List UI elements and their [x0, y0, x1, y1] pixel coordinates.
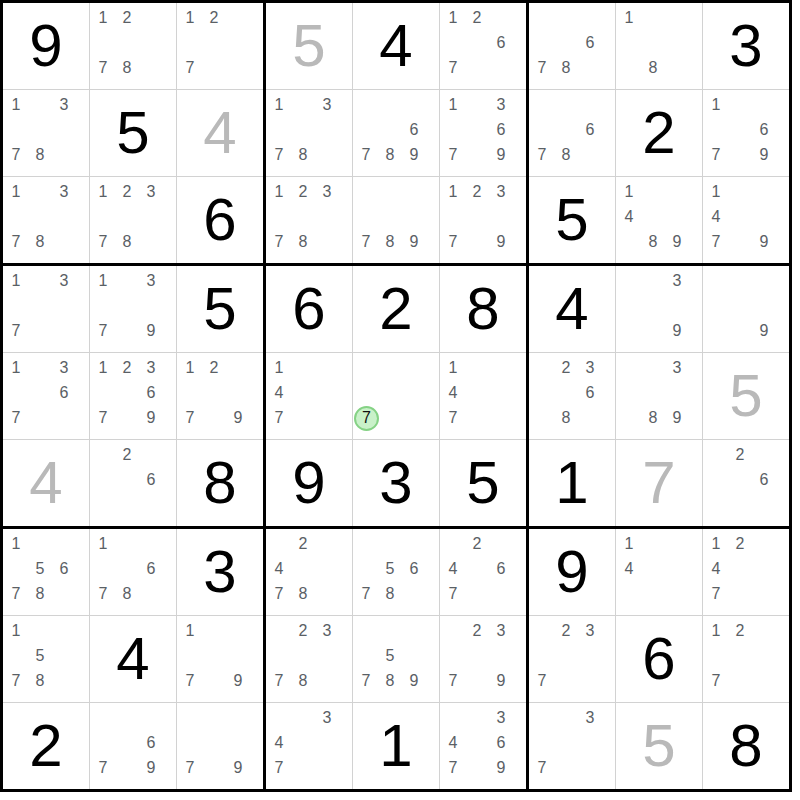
box-1: 912781271378541378123786 [3, 3, 263, 263]
given-digit: 9 [3, 3, 89, 89]
candidate-digit: 3 [578, 355, 602, 380]
candidate-digit: 8 [378, 582, 402, 607]
candidate-digit: 7 [441, 143, 465, 168]
cell-r7c4[interactable]: 2478 [266, 529, 352, 615]
cell-r5c6[interactable]: 147 [440, 353, 526, 439]
cell-r8c6[interactable]: 2379 [440, 616, 526, 702]
candidate-grid: 37 [529, 703, 615, 789]
candidate-digit: 4 [704, 556, 728, 581]
candidate-digit: 6 [489, 556, 513, 581]
candidate-digit: 9 [665, 406, 689, 431]
candidate-digit: 7 [267, 143, 291, 168]
cell-r1c6[interactable]: 1267 [440, 3, 526, 89]
candidate-digit: 7 [354, 582, 378, 607]
cell-r9c1[interactable]: 2 [3, 703, 89, 789]
cell-r9c6[interactable]: 34679 [440, 703, 526, 789]
candidate-digit: 8 [28, 143, 52, 168]
candidate-grid: 14 [616, 529, 702, 615]
candidate-digit: 1 [704, 531, 728, 556]
candidate-grid: 15678 [3, 529, 89, 615]
candidate-digit: 6 [489, 30, 513, 55]
cell-r2c2[interactable]: 5 [90, 90, 176, 176]
candidate-digit: 3 [52, 268, 76, 293]
candidate-grid: 389 [616, 353, 702, 439]
cell-r4c9[interactable]: 9 [703, 266, 789, 352]
candidate-digit: 4 [704, 204, 728, 229]
candidate-digit: 9 [489, 756, 513, 781]
candidate-digit: 3 [52, 355, 76, 380]
candidate-digit: 1 [4, 92, 28, 117]
candidate-digit: 3 [315, 92, 339, 117]
candidate-digit: 8 [115, 582, 139, 607]
candidate-digit: 1 [91, 179, 115, 204]
cell-r7c8[interactable]: 14 [616, 529, 702, 615]
candidate-digit: 7 [441, 756, 465, 781]
candidate-digit: 2 [291, 179, 315, 204]
candidate-digit: 7 [530, 143, 554, 168]
candidate-digit: 9 [489, 669, 513, 694]
given-digit: 3 [353, 440, 439, 526]
cell-r8c4[interactable]: 2378 [266, 616, 352, 702]
candidate-grid: 12379 [440, 177, 526, 263]
cell-r6c2[interactable]: 26 [90, 440, 176, 526]
candidate-grid: 1378 [266, 90, 352, 176]
given-digit: 6 [177, 177, 263, 263]
candidate-digit: 6 [752, 117, 776, 142]
candidate-digit: 3 [489, 705, 513, 730]
candidate-grid: 789 [353, 177, 439, 263]
solved-digit: 4 [177, 90, 263, 176]
candidate-digit: 7 [530, 56, 554, 81]
cell-r3c7[interactable]: 5 [529, 177, 615, 263]
box-2: 54126713786789136791237878912379 [266, 3, 526, 263]
cell-r9c3[interactable]: 79 [177, 703, 263, 789]
given-digit: 2 [3, 703, 89, 789]
candidate-digit: 2 [728, 531, 752, 556]
candidate-grid: 2379 [440, 616, 526, 702]
cell-r6c1[interactable]: 4 [3, 440, 89, 526]
candidate-digit: 7 [4, 582, 28, 607]
candidate-digit: 7 [4, 230, 28, 255]
candidate-digit: 8 [378, 669, 402, 694]
candidate-digit: 8 [641, 406, 665, 431]
cell-r4c2[interactable]: 1379 [90, 266, 176, 352]
cell-r7c1[interactable]: 15678 [3, 529, 89, 615]
candidate-digit: 7 [441, 582, 465, 607]
cell-r2c4[interactable]: 1378 [266, 90, 352, 176]
cell-r7c3[interactable]: 3 [177, 529, 263, 615]
cell-r8c5[interactable]: 5789 [353, 616, 439, 702]
candidate-digit: 1 [704, 92, 728, 117]
candidate-digit: 7 [530, 669, 554, 694]
given-digit: 8 [177, 440, 263, 526]
candidate-digit: 9 [402, 143, 426, 168]
candidate-digit: 9 [139, 406, 163, 431]
candidate-digit: 9 [139, 756, 163, 781]
cell-r4c5[interactable]: 2 [353, 266, 439, 352]
candidate-grid: 1279 [177, 353, 263, 439]
candidate-digit: 9 [402, 669, 426, 694]
candidate-digit: 7 [267, 406, 291, 431]
candidate-grid: 1489 [616, 177, 702, 263]
candidate-digit: 3 [578, 705, 602, 730]
cell-r2c3[interactable]: 4 [177, 90, 263, 176]
candidate-digit: 6 [578, 117, 602, 142]
candidate-digit: 1 [267, 92, 291, 117]
candidate-digit: 3 [139, 268, 163, 293]
cell-r3c2[interactable]: 12378 [90, 177, 176, 263]
cell-r1c2[interactable]: 1278 [90, 3, 176, 89]
candidate-digit: 9 [489, 143, 513, 168]
cell-r2c1[interactable]: 1378 [3, 90, 89, 176]
cell-r3c9[interactable]: 1479 [703, 177, 789, 263]
candidate-digit: 6 [752, 467, 776, 492]
cell-r3c3[interactable]: 6 [177, 177, 263, 263]
candidate-grid: 678 [529, 3, 615, 89]
cell-r1c9[interactable]: 3 [703, 3, 789, 89]
cell-r4c1[interactable]: 137 [3, 266, 89, 352]
candidate-digit: 2 [115, 442, 139, 467]
given-digit: 5 [177, 266, 263, 352]
given-digit: 1 [529, 440, 615, 526]
cell-r1c7[interactable]: 678 [529, 3, 615, 89]
candidate-digit: 3 [52, 92, 76, 117]
candidate-digit: 1 [91, 268, 115, 293]
candidate-digit: 8 [554, 143, 578, 168]
candidate-digit: 5 [378, 643, 402, 668]
cell-r8c8[interactable]: 6 [616, 616, 702, 702]
candidate-digit: 2 [554, 355, 578, 380]
candidate-digit: 9 [665, 230, 689, 255]
cell-r1c1[interactable]: 9 [3, 3, 89, 89]
candidate-grid: 147 [266, 353, 352, 439]
candidate-grid: 5678 [353, 529, 439, 615]
cell-r5c8[interactable]: 389 [616, 353, 702, 439]
cell-r7c5[interactable]: 5678 [353, 529, 439, 615]
cell-r2c8[interactable]: 2 [616, 90, 702, 176]
given-digit: 3 [703, 3, 789, 89]
candidate-digit: 2 [202, 5, 226, 30]
cell-r7c9[interactable]: 1247 [703, 529, 789, 615]
candidate-digit: 6 [139, 556, 163, 581]
candidate-digit: 1 [178, 5, 202, 30]
box-3: 67818367821679514891479 [529, 3, 789, 263]
candidate-grid: 39 [616, 266, 702, 352]
candidate-grid: 137 [3, 266, 89, 352]
cell-r6c5[interactable]: 3 [353, 440, 439, 526]
candidate-digit: 1 [4, 531, 28, 556]
candidate-grid: 147 [440, 353, 526, 439]
candidate-digit: 2 [291, 531, 315, 556]
candidate-digit: 2 [465, 5, 489, 30]
cell-r6c8[interactable]: 7 [616, 440, 702, 526]
given-digit: 6 [266, 266, 352, 352]
box-5: 6281477147935 [266, 266, 526, 526]
candidate-digit: 4 [267, 730, 291, 755]
candidate-digit: 6 [139, 380, 163, 405]
cell-r9c2[interactable]: 679 [90, 703, 176, 789]
given-digit: 8 [703, 703, 789, 789]
cell-r6c4[interactable]: 9 [266, 440, 352, 526]
cell-r9c9[interactable]: 8 [703, 703, 789, 789]
candidate-digit: 1 [4, 179, 28, 204]
candidate-grid: 9 [703, 266, 789, 352]
candidate-digit: 2 [465, 618, 489, 643]
candidate-digit: 3 [665, 355, 689, 380]
candidate-digit: 2 [465, 179, 489, 204]
cell-r3c6[interactable]: 12379 [440, 177, 526, 263]
given-digit: 5 [440, 440, 526, 526]
given-digit: 2 [353, 266, 439, 352]
candidate-digit: 4 [441, 556, 465, 581]
given-digit: 3 [177, 529, 263, 615]
candidate-grid: 127 [177, 3, 263, 89]
candidate-digit: 1 [267, 355, 291, 380]
cell-r2c9[interactable]: 1679 [703, 90, 789, 176]
cell-r4c7[interactable]: 4 [529, 266, 615, 352]
cell-r2c5[interactable]: 6789 [353, 90, 439, 176]
candidate-digit: 7 [354, 230, 378, 255]
cell-r7c2[interactable]: 1678 [90, 529, 176, 615]
candidate-digit: 9 [226, 669, 250, 694]
candidate-digit: 3 [139, 179, 163, 204]
cell-r5c5[interactable]: 7 [353, 353, 439, 439]
candidate-digit: 4 [441, 730, 465, 755]
candidate-grid: 1378 [3, 177, 89, 263]
candidate-grid: 2467 [440, 529, 526, 615]
box-8: 247856782467237857892379347134679 [266, 529, 526, 789]
cell-r9c4[interactable]: 347 [266, 703, 352, 789]
cell-r4c6[interactable]: 8 [440, 266, 526, 352]
candidate-digit: 3 [315, 179, 339, 204]
candidate-grid: 179 [177, 616, 263, 702]
cell-r8c2[interactable]: 4 [90, 616, 176, 702]
cell-r2c7[interactable]: 678 [529, 90, 615, 176]
candidate-digit: 8 [378, 230, 402, 255]
cell-r1c5[interactable]: 4 [353, 3, 439, 89]
cell-r8c7[interactable]: 237 [529, 616, 615, 702]
candidate-digit: 7 [91, 582, 115, 607]
cell-r9c5[interactable]: 1 [353, 703, 439, 789]
box-4: 13713795136712367912794268 [3, 266, 263, 526]
cell-r7c6[interactable]: 2467 [440, 529, 526, 615]
candidate-digit: 9 [139, 319, 163, 344]
candidate-digit: 8 [378, 143, 402, 168]
candidate-grid: 1678 [90, 529, 176, 615]
candidate-digit: 6 [578, 30, 602, 55]
candidate-digit: 7 [530, 756, 554, 781]
candidate-grid: 1379 [90, 266, 176, 352]
candidate-digit: 7 [267, 756, 291, 781]
candidate-digit: 4 [267, 556, 291, 581]
candidate-digit: 3 [665, 268, 689, 293]
cell-r1c4[interactable]: 5 [266, 3, 352, 89]
candidate-digit: 3 [489, 179, 513, 204]
candidate-digit: 6 [402, 117, 426, 142]
candidate-grid: 34679 [440, 703, 526, 789]
candidate-digit: 7 [441, 406, 465, 431]
candidate-digit: 6 [402, 556, 426, 581]
candidate-digit: 1 [91, 5, 115, 30]
candidate-digit: 6 [578, 380, 602, 405]
cell-r9c8[interactable]: 5 [616, 703, 702, 789]
cell-r3c5[interactable]: 789 [353, 177, 439, 263]
candidate-digit: 7 [354, 143, 378, 168]
candidate-digit: 7 [4, 406, 28, 431]
candidate-digit: 6 [52, 380, 76, 405]
cell-r6c6[interactable]: 5 [440, 440, 526, 526]
candidate-grid: 26 [703, 440, 789, 526]
candidate-grid: 1278 [90, 3, 176, 89]
candidate-digit: 8 [291, 582, 315, 607]
candidate-grid: 18 [616, 3, 702, 89]
given-digit: 6 [616, 616, 702, 702]
candidate-digit: 9 [752, 319, 776, 344]
candidate-digit: 7 [267, 582, 291, 607]
candidate-digit: 7 [704, 143, 728, 168]
candidate-grid: 1378 [3, 90, 89, 176]
sudoku-board: 9127812713785413781237865412671378678913… [0, 0, 792, 792]
candidate-digit: 7 [178, 669, 202, 694]
candidate-digit: 8 [554, 406, 578, 431]
candidate-digit: 7 [354, 669, 378, 694]
candidate-digit: 2 [465, 531, 489, 556]
given-digit: 5 [90, 90, 176, 176]
candidate-digit: 8 [641, 230, 665, 255]
candidate-digit: 1 [704, 179, 728, 204]
candidate-grid: 1578 [3, 616, 89, 702]
cell-r1c8[interactable]: 18 [616, 3, 702, 89]
box-9: 914124723761273758 [529, 529, 789, 789]
candidate-digit: 7 [704, 669, 728, 694]
candidate-digit: 2 [115, 355, 139, 380]
candidate-digit: 1 [4, 618, 28, 643]
candidate-digit: 2 [115, 5, 139, 30]
candidate-digit: 9 [402, 230, 426, 255]
cell-r8c1[interactable]: 1578 [3, 616, 89, 702]
cell-r5c3[interactable]: 1279 [177, 353, 263, 439]
candidate-digit: 9 [752, 230, 776, 255]
given-digit: 1 [353, 703, 439, 789]
highlighted-candidate-circle[interactable]: 7 [354, 406, 379, 431]
cell-r9c7[interactable]: 37 [529, 703, 615, 789]
cell-r2c6[interactable]: 13679 [440, 90, 526, 176]
given-digit: 4 [353, 3, 439, 89]
candidate-digit: 8 [641, 56, 665, 81]
candidate-grid: 26 [90, 440, 176, 526]
cell-r5c2[interactable]: 123679 [90, 353, 176, 439]
candidate-digit: 8 [291, 143, 315, 168]
box-6: 4399236838951726 [529, 266, 789, 526]
candidate-grid: 1267 [440, 3, 526, 89]
candidate-digit: 5 [378, 556, 402, 581]
cell-r8c9[interactable]: 127 [703, 616, 789, 702]
cell-r6c3[interactable]: 8 [177, 440, 263, 526]
candidate-digit: 6 [52, 556, 76, 581]
cell-r1c3[interactable]: 127 [177, 3, 263, 89]
candidate-digit: 8 [115, 230, 139, 255]
candidate-digit: 5 [28, 643, 52, 668]
cell-r5c7[interactable]: 2368 [529, 353, 615, 439]
candidate-digit: 7 [4, 319, 28, 344]
candidate-digit: 1 [617, 5, 641, 30]
box-7: 156781678315784179267979 [3, 529, 263, 789]
candidate-digit: 9 [752, 143, 776, 168]
candidate-grid: 79 [177, 703, 263, 789]
cell-r3c1[interactable]: 1378 [3, 177, 89, 263]
given-digit: 4 [90, 616, 176, 702]
candidate-digit: 7 [267, 230, 291, 255]
candidate-digit: 9 [665, 319, 689, 344]
candidate-digit: 7 [704, 230, 728, 255]
candidate-grid: 347 [266, 703, 352, 789]
cell-r6c7[interactable]: 1 [529, 440, 615, 526]
candidate-digit: 7 [91, 756, 115, 781]
candidate-digit: 2 [554, 618, 578, 643]
cell-r5c4[interactable]: 147 [266, 353, 352, 439]
given-digit: 5 [529, 177, 615, 263]
candidate-digit: 2 [115, 179, 139, 204]
candidate-digit: 7 [441, 230, 465, 255]
candidate-grid: 12378 [266, 177, 352, 263]
candidate-digit: 8 [28, 669, 52, 694]
candidate-digit: 4 [617, 204, 641, 229]
candidate-grid: 2368 [529, 353, 615, 439]
candidate-digit: 8 [115, 56, 139, 81]
candidate-digit: 1 [441, 355, 465, 380]
candidate-digit: 4 [617, 556, 641, 581]
given-digit: 9 [529, 529, 615, 615]
candidate-grid: 127 [703, 616, 789, 702]
candidate-grid: 237 [529, 616, 615, 702]
candidate-digit: 7 [441, 669, 465, 694]
candidate-grid: 1367 [3, 353, 89, 439]
candidate-grid: 679 [90, 703, 176, 789]
candidate-digit: 1 [441, 92, 465, 117]
candidate-digit: 1 [178, 355, 202, 380]
candidate-digit: 3 [489, 92, 513, 117]
candidate-digit: 1 [617, 179, 641, 204]
candidate-digit: 9 [489, 230, 513, 255]
solved-digit: 4 [3, 440, 89, 526]
candidate-digit: 1 [91, 355, 115, 380]
cell-r3c8[interactable]: 1489 [616, 177, 702, 263]
candidate-digit: 7 [91, 230, 115, 255]
cell-r7c7[interactable]: 9 [529, 529, 615, 615]
given-digit: 9 [266, 440, 352, 526]
candidate-digit: 8 [291, 669, 315, 694]
candidate-digit: 7 [4, 143, 28, 168]
candidate-digit: 4 [267, 380, 291, 405]
cell-r8c3[interactable]: 179 [177, 616, 263, 702]
candidate-digit: 7 [91, 319, 115, 344]
cell-r4c4[interactable]: 6 [266, 266, 352, 352]
candidate-digit: 9 [226, 406, 250, 431]
cell-r6c9[interactable]: 26 [703, 440, 789, 526]
candidate-digit: 3 [315, 618, 339, 643]
candidate-grid: 2478 [266, 529, 352, 615]
cell-r4c8[interactable]: 39 [616, 266, 702, 352]
cell-r5c1[interactable]: 1367 [3, 353, 89, 439]
candidate-digit: 5 [28, 556, 52, 581]
candidate-grid: 7 [353, 353, 439, 439]
candidate-digit: 6 [139, 730, 163, 755]
candidate-digit: 7 [91, 56, 115, 81]
cell-r4c3[interactable]: 5 [177, 266, 263, 352]
solved-digit: 7 [616, 440, 702, 526]
cell-r5c9[interactable]: 5 [703, 353, 789, 439]
cell-r3c4[interactable]: 12378 [266, 177, 352, 263]
